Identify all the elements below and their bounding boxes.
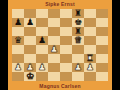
square-e8[interactable] <box>60 9 72 18</box>
white-player-name: Magnus Carlsen <box>8 82 112 90</box>
square-g3[interactable]: ♜ <box>84 54 96 63</box>
square-a2[interactable]: ♟ <box>12 63 24 72</box>
square-b8[interactable] <box>24 9 36 18</box>
white-queen: ♛ <box>74 36 82 45</box>
square-d8[interactable] <box>48 9 60 18</box>
square-b5[interactable] <box>24 36 36 45</box>
black-rook: ♜ <box>74 27 82 36</box>
white-pawn: ♟ <box>38 63 46 72</box>
square-d7[interactable] <box>48 18 60 27</box>
square-e6[interactable] <box>60 27 72 36</box>
square-e1[interactable] <box>60 72 72 81</box>
square-a5[interactable]: ♛ <box>12 36 24 45</box>
square-d5[interactable] <box>48 36 60 45</box>
black-pawn: ♟ <box>38 36 46 45</box>
square-h1[interactable] <box>96 72 108 81</box>
square-g6[interactable] <box>84 27 96 36</box>
square-a6[interactable] <box>12 27 24 36</box>
square-b2[interactable]: ♟ <box>24 63 36 72</box>
square-a4[interactable] <box>12 45 24 54</box>
white-king: ♚ <box>26 72 34 81</box>
black-pawn: ♟ <box>26 18 34 27</box>
square-c1[interactable] <box>36 72 48 81</box>
square-d1[interactable] <box>48 72 60 81</box>
square-c6[interactable] <box>36 27 48 36</box>
square-g7[interactable] <box>84 18 96 27</box>
square-e4[interactable] <box>60 45 72 54</box>
white-pawn: ♟ <box>74 63 82 72</box>
black-rook: ♜ <box>74 9 82 18</box>
square-c8[interactable] <box>36 9 48 18</box>
white-pawn: ♟ <box>14 63 22 72</box>
square-e2[interactable] <box>60 63 72 72</box>
square-f5[interactable]: ♛ <box>72 36 84 45</box>
square-b6[interactable] <box>24 27 36 36</box>
square-g8[interactable] <box>84 9 96 18</box>
square-g4[interactable] <box>84 45 96 54</box>
square-f4[interactable] <box>72 45 84 54</box>
square-g2[interactable]: ♟ <box>84 63 96 72</box>
square-b7[interactable]: ♟ <box>24 18 36 27</box>
square-c4[interactable] <box>36 45 48 54</box>
square-c2[interactable]: ♟ <box>36 63 48 72</box>
square-b1[interactable]: ♚ <box>24 72 36 81</box>
black-queen: ♛ <box>14 36 22 45</box>
square-h2[interactable] <box>96 63 108 72</box>
white-pawn: ♟ <box>50 45 58 54</box>
square-c7[interactable] <box>36 18 48 27</box>
square-h5[interactable] <box>96 36 108 45</box>
black-king: ♚ <box>74 18 82 27</box>
square-a7[interactable]: ♟ <box>12 18 24 27</box>
square-h6[interactable] <box>96 27 108 36</box>
square-g1[interactable] <box>84 72 96 81</box>
square-h4[interactable] <box>96 45 108 54</box>
square-b4[interactable] <box>24 45 36 54</box>
square-h3[interactable] <box>96 54 108 63</box>
chess-board: ♜♟♟♚♜♛♟♛♟♜♟♟♟♟♟♚ <box>12 9 108 81</box>
square-f1[interactable] <box>72 72 84 81</box>
thumbnail-content: Sipke Ernst ♜♟♟♚♜♛♟♛♟♜♟♟♟♟♟♚ Magnus Carl… <box>8 0 112 90</box>
white-pawn: ♟ <box>86 63 94 72</box>
square-a3[interactable] <box>12 54 24 63</box>
square-c5[interactable]: ♟ <box>36 36 48 45</box>
square-e3[interactable] <box>60 54 72 63</box>
square-f3[interactable] <box>72 54 84 63</box>
square-e7[interactable] <box>60 18 72 27</box>
square-a1[interactable] <box>12 72 24 81</box>
square-c3[interactable] <box>36 54 48 63</box>
square-f7[interactable]: ♚ <box>72 18 84 27</box>
white-rook: ♜ <box>86 54 94 63</box>
black-player-name: Sipke Ernst <box>8 0 112 8</box>
square-f8[interactable]: ♜ <box>72 9 84 18</box>
square-d4[interactable]: ♟ <box>48 45 60 54</box>
square-d2[interactable] <box>48 63 60 72</box>
white-pawn: ♟ <box>26 63 34 72</box>
square-e5[interactable] <box>60 36 72 45</box>
black-pawn: ♟ <box>14 18 22 27</box>
square-h7[interactable] <box>96 18 108 27</box>
square-f2[interactable]: ♟ <box>72 63 84 72</box>
square-d6[interactable] <box>48 27 60 36</box>
square-g5[interactable] <box>84 36 96 45</box>
square-b3[interactable] <box>24 54 36 63</box>
square-h8[interactable] <box>96 9 108 18</box>
square-a8[interactable] <box>12 9 24 18</box>
square-f6[interactable]: ♜ <box>72 27 84 36</box>
square-d3[interactable] <box>48 54 60 63</box>
